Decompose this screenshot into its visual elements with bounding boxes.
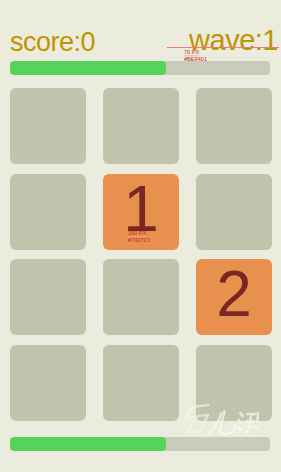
tile-2: 2 (196, 259, 272, 335)
jiuyou-logo-icon (179, 401, 259, 443)
spec-annotation-tile: 150 PX#792723 (128, 230, 150, 244)
board-cell (103, 259, 179, 335)
tile-number: 2 (216, 259, 252, 329)
spec-font-size: 150 PX (128, 230, 146, 237)
board-cell (10, 259, 86, 335)
board-cell (10, 88, 86, 164)
board-cell (10, 174, 86, 250)
spec-annotation-wave: 70 PX #BE9401 (184, 49, 207, 63)
game-screen: score:0 wave:1 70 PX #BE9401 1150 PX#792… (0, 0, 281, 472)
progress-fill (10, 61, 166, 75)
progress-fill (10, 437, 166, 451)
spec-color-code: #BE9401 (184, 56, 207, 62)
tile-1: 1150 PX#792723 (103, 174, 179, 250)
game-board[interactable]: 1150 PX#7927232 (10, 88, 272, 421)
board-cell (196, 88, 272, 164)
jiuyou-watermark: 九游 (179, 401, 259, 447)
wave-progress-bar-top (10, 61, 270, 75)
spec-color-code: #792723 (128, 237, 150, 243)
spec-measure-line (167, 47, 279, 48)
board-cell (103, 345, 179, 421)
score-label: score:0 (10, 27, 95, 58)
board-cell (103, 88, 179, 164)
board-cell (196, 174, 272, 250)
spec-font-size: 70 PX (184, 49, 199, 56)
board-cell (10, 345, 86, 421)
